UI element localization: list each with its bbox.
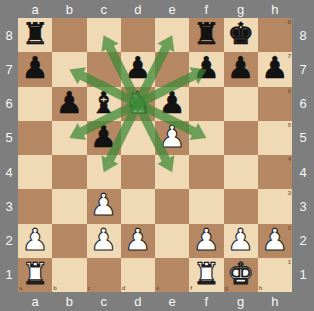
square-e7[interactable]: [155, 52, 189, 86]
square-e6[interactable]: ♟: [155, 87, 189, 121]
square-c6[interactable]: ♝: [87, 87, 121, 121]
piece-white-pawn[interactable]: ♟: [261, 225, 288, 255]
square-a7[interactable]: ♟: [18, 52, 52, 86]
square-d5[interactable]: [121, 121, 155, 155]
rank-label-7: 7: [0, 52, 18, 86]
inner-rank-label-1: 1: [288, 259, 291, 265]
file-label-b: b: [52, 0, 86, 18]
square-e8[interactable]: [155, 18, 189, 52]
square-h3[interactable]: 3: [258, 189, 292, 223]
square-g3[interactable]: [224, 189, 258, 223]
inner-file-label-h: h: [259, 285, 263, 291]
square-e1[interactable]: e: [155, 258, 189, 292]
piece-black-bishop[interactable]: ♝: [90, 88, 117, 118]
square-f3[interactable]: [189, 189, 223, 223]
file-label-a: a: [18, 292, 52, 311]
square-c4[interactable]: [87, 155, 121, 189]
piece-white-knight[interactable]: ♞: [124, 88, 151, 118]
square-d4[interactable]: [121, 155, 155, 189]
rank-labels-right: 87654321: [292, 18, 314, 292]
square-h5[interactable]: 5: [258, 121, 292, 155]
file-label-g: g: [224, 292, 258, 311]
square-a6[interactable]: [18, 87, 52, 121]
square-e4[interactable]: [155, 155, 189, 189]
square-b8[interactable]: [52, 18, 86, 52]
file-label-e: e: [155, 0, 189, 18]
piece-black-pawn[interactable]: ♟: [90, 122, 117, 152]
rank-label-6: 6: [292, 87, 314, 121]
rank-label-1: 1: [292, 258, 314, 292]
rank-label-3: 3: [0, 189, 18, 223]
square-d2[interactable]: ♟: [121, 224, 155, 258]
piece-white-rook[interactable]: ♜: [193, 259, 220, 289]
inner-file-label-e: e: [156, 285, 159, 291]
square-a4[interactable]: [18, 155, 52, 189]
piece-white-pawn[interactable]: ♟: [193, 225, 220, 255]
square-h6[interactable]: 6: [258, 87, 292, 121]
square-f1[interactable]: ♜f: [189, 258, 223, 292]
piece-white-pawn[interactable]: ♟: [159, 122, 186, 152]
square-g2[interactable]: ♟: [224, 224, 258, 258]
rank-label-4: 4: [292, 155, 314, 189]
rank-label-8: 8: [292, 18, 314, 52]
inner-rank-label-3: 3: [288, 190, 291, 196]
square-h8[interactable]: 8: [258, 18, 292, 52]
rank-label-7: 7: [292, 52, 314, 86]
square-c7[interactable]: [87, 52, 121, 86]
piece-black-rook[interactable]: ♜: [193, 19, 220, 49]
piece-black-pawn[interactable]: ♟: [124, 53, 151, 83]
piece-black-pawn[interactable]: ♟: [227, 53, 254, 83]
square-f5[interactable]: [189, 121, 223, 155]
piece-black-pawn[interactable]: ♟: [56, 88, 83, 118]
square-b1[interactable]: b: [52, 258, 86, 292]
square-f8[interactable]: ♜: [189, 18, 223, 52]
square-c8[interactable]: [87, 18, 121, 52]
rank-labels-left: 87654321: [0, 18, 18, 292]
square-h2[interactable]: ♟2: [258, 224, 292, 258]
piece-black-pawn[interactable]: ♟: [193, 53, 220, 83]
square-b4[interactable]: [52, 155, 86, 189]
rank-label-2: 2: [292, 224, 314, 258]
square-g5[interactable]: [224, 121, 258, 155]
piece-black-pawn[interactable]: ♟: [261, 53, 288, 83]
piece-black-king[interactable]: ♚: [227, 19, 254, 49]
square-b6[interactable]: ♟: [52, 87, 86, 121]
square-h7[interactable]: ♟7: [258, 52, 292, 86]
inner-rank-label-2: 2: [288, 225, 291, 231]
inner-file-label-b: b: [53, 285, 57, 291]
file-label-f: f: [189, 292, 223, 311]
square-c2[interactable]: ♟: [87, 224, 121, 258]
file-label-h: h: [258, 0, 292, 18]
square-b7[interactable]: [52, 52, 86, 86]
square-g6[interactable]: [224, 87, 258, 121]
square-d1[interactable]: d: [121, 258, 155, 292]
square-e5[interactable]: ♟: [155, 121, 189, 155]
square-f2[interactable]: ♟: [189, 224, 223, 258]
square-f4[interactable]: [189, 155, 223, 189]
inner-rank-label-8: 8: [288, 19, 291, 25]
square-d3[interactable]: [121, 189, 155, 223]
rank-label-5: 5: [292, 121, 314, 155]
rank-label-4: 4: [0, 155, 18, 189]
square-a2[interactable]: ♟: [18, 224, 52, 258]
file-label-e: e: [155, 292, 189, 311]
file-label-d: d: [121, 0, 155, 18]
inner-rank-label-6: 6: [288, 88, 291, 94]
square-g8[interactable]: ♚: [224, 18, 258, 52]
inner-file-label-a: a: [19, 285, 22, 291]
rank-label-3: 3: [292, 189, 314, 223]
square-g4[interactable]: [224, 155, 258, 189]
file-label-b: b: [52, 292, 86, 311]
chess-board[interactable]: ♜♜♚8♟♟♟♟♟7♟♝♞♟6♟♟54♟3♟♟♟♟♟♟2♜abcde♜f♚gh1: [18, 18, 292, 292]
piece-black-pawn[interactable]: ♟: [22, 53, 49, 83]
square-d8[interactable]: [121, 18, 155, 52]
rank-label-6: 6: [0, 87, 18, 121]
rank-label-8: 8: [0, 18, 18, 52]
square-a5[interactable]: [18, 121, 52, 155]
square-b2[interactable]: [52, 224, 86, 258]
square-c1[interactable]: c: [87, 258, 121, 292]
square-g7[interactable]: ♟: [224, 52, 258, 86]
square-e3[interactable]: [155, 189, 189, 223]
square-g1[interactable]: ♚g: [224, 258, 258, 292]
inner-rank-label-7: 7: [288, 53, 291, 59]
inner-rank-label-5: 5: [288, 122, 291, 128]
square-c3[interactable]: ♟: [87, 189, 121, 223]
square-f6[interactable]: [189, 87, 223, 121]
file-labels-bottom: abcdefgh: [18, 292, 292, 311]
rank-label-2: 2: [0, 224, 18, 258]
piece-white-pawn[interactable]: ♟: [124, 225, 151, 255]
square-a8[interactable]: ♜: [18, 18, 52, 52]
piece-white-pawn[interactable]: ♟: [90, 190, 117, 220]
file-label-c: c: [87, 292, 121, 311]
rank-label-1: 1: [0, 258, 18, 292]
square-h4[interactable]: 4: [258, 155, 292, 189]
square-a3[interactable]: [18, 189, 52, 223]
piece-white-pawn[interactable]: ♟: [22, 225, 49, 255]
square-c5[interactable]: ♟: [87, 121, 121, 155]
square-d7[interactable]: ♟: [121, 52, 155, 86]
file-label-d: d: [121, 292, 155, 311]
square-b5[interactable]: [52, 121, 86, 155]
file-label-c: c: [87, 0, 121, 18]
piece-black-pawn[interactable]: ♟: [159, 88, 186, 118]
piece-white-king[interactable]: ♚: [227, 259, 254, 289]
file-label-h: h: [258, 292, 292, 311]
inner-rank-label-4: 4: [288, 156, 291, 162]
piece-white-pawn[interactable]: ♟: [90, 225, 117, 255]
piece-white-pawn[interactable]: ♟: [227, 225, 254, 255]
inner-file-label-g: g: [225, 285, 229, 291]
piece-white-rook[interactable]: ♜: [22, 259, 49, 289]
inner-file-label-f: f: [190, 285, 192, 291]
piece-black-rook[interactable]: ♜: [22, 19, 49, 49]
square-e2[interactable]: [155, 224, 189, 258]
square-f7[interactable]: ♟: [189, 52, 223, 86]
inner-file-label-d: d: [122, 285, 126, 291]
rank-label-5: 5: [0, 121, 18, 155]
square-d6[interactable]: ♞: [121, 87, 155, 121]
square-a1[interactable]: ♜a: [18, 258, 52, 292]
inner-file-label-c: c: [88, 285, 91, 291]
board-frame: abcdefgh abcdefgh 87654321 87654321 ♜♜♚8…: [0, 0, 314, 311]
square-b3[interactable]: [52, 189, 86, 223]
square-h1[interactable]: h1: [258, 258, 292, 292]
